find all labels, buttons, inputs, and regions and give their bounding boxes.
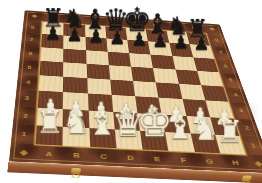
white-bishop-c1: ♝ (87, 107, 118, 139)
corner-ornament-icon (255, 161, 262, 167)
black-pawn-b7: ♟ (66, 26, 83, 44)
black-pawn-a7: ♟ (44, 24, 61, 42)
black-pawn-g7: ♟ (173, 34, 190, 51)
chess-board: ABCDEFGH ABCDEFGH 87654321 87654321 ♜♞♝♛… (9, 10, 262, 173)
corner-ornament-icon (209, 27, 215, 30)
corner-ornament-icon (31, 14, 37, 18)
scene: ABCDEFGH ABCDEFGH 87654321 87654321 ♜♞♝♛… (0, 0, 262, 183)
white-knight-g1: ♞ (191, 115, 219, 145)
black-pawn-f7: ♟ (152, 32, 169, 50)
white-knight-b1: ♞ (62, 108, 91, 138)
coordinate-label: 6 (20, 46, 42, 61)
white-rook-h1: ♜ (217, 117, 244, 145)
chess-set-photo: ABCDEFGH ABCDEFGH 87654321 87654321 ♜♞♝♛… (0, 0, 262, 183)
coordinate-label: 2 (13, 106, 38, 125)
coordinate-label: B (63, 146, 91, 166)
brass-latch-icon (242, 175, 253, 181)
coordinate-label: 5 (18, 59, 40, 75)
coordinate-label: 1 (11, 124, 37, 144)
black-pawn-e7: ♟ (131, 31, 148, 49)
brass-latch-icon (71, 168, 81, 174)
black-pawn-h7: ♟ (194, 35, 210, 52)
white-rook-a1: ♜ (36, 107, 64, 136)
corner-ornament-icon (20, 150, 28, 156)
black-pawn-d7: ♟ (109, 29, 126, 47)
black-pawn-c7: ♟ (88, 28, 105, 46)
